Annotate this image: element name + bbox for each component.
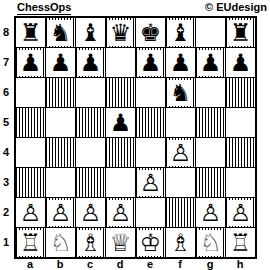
square-h6[interactable] [226,78,255,107]
square-f3[interactable] [166,168,195,197]
square-d1[interactable]: ♕ [106,228,135,257]
rank-label-4: 4 [0,137,12,167]
square-f6[interactable]: ♞ [166,78,195,107]
square-h3[interactable] [226,168,255,197]
rank-label-2: 2 [0,197,12,227]
square-g3[interactable] [196,168,225,197]
file-label-g: g [195,258,225,270]
piece-white-pawn[interactable]: ♙ [19,200,43,226]
piece-white-king[interactable]: ♔ [139,230,163,256]
square-b1[interactable]: ♘ [46,228,75,257]
square-c7[interactable]: ♟ [76,48,105,77]
piece-white-rook[interactable]: ♖ [19,230,43,256]
piece-white-pawn[interactable]: ♙ [49,200,73,226]
file-label-a: a [15,258,45,270]
square-f4[interactable]: ♙ [166,138,195,167]
square-e1[interactable]: ♔ [136,228,165,257]
square-b5[interactable] [46,108,75,137]
square-h7[interactable]: ♟ [226,48,255,77]
piece-black-pawn[interactable]: ♟ [49,50,73,76]
piece-black-rook[interactable]: ♜ [19,20,43,46]
square-a3[interactable] [16,168,45,197]
square-c1[interactable]: ♗ [76,228,105,257]
rank-label-5: 5 [0,107,12,137]
piece-white-knight[interactable]: ♘ [49,230,73,256]
piece-black-pawn[interactable]: ♟ [169,50,193,76]
square-e3[interactable]: ♙ [136,168,165,197]
piece-black-queen[interactable]: ♛ [109,20,133,46]
square-c4[interactable] [76,138,105,167]
square-c2[interactable]: ♙ [76,198,105,227]
square-e6[interactable] [136,78,165,107]
square-b2[interactable]: ♙ [46,198,75,227]
piece-black-bishop[interactable]: ♝ [79,20,103,46]
square-c6[interactable] [76,78,105,107]
square-g6[interactable] [196,78,225,107]
square-h8[interactable]: ♜ [226,18,255,47]
square-a6[interactable] [16,78,45,107]
piece-black-knight[interactable]: ♞ [169,80,193,106]
square-d4[interactable] [106,138,135,167]
square-f5[interactable] [166,108,195,137]
piece-white-pawn[interactable]: ♙ [109,200,133,226]
square-h2[interactable]: ♙ [226,198,255,227]
rank-label-1: 1 [0,227,12,257]
square-a7[interactable]: ♟ [16,48,45,77]
piece-white-pawn[interactable]: ♙ [139,170,163,196]
file-label-b: b [45,258,75,270]
piece-white-knight[interactable]: ♘ [199,230,223,256]
piece-black-pawn[interactable]: ♟ [139,50,163,76]
square-g2[interactable]: ♙ [196,198,225,227]
file-label-d: d [105,258,135,270]
square-f2[interactable] [166,198,195,227]
square-h5[interactable] [226,108,255,137]
chessops-diagram: ChessOps © EUdesign ♜♞♝♛♚♝♜♟♟♟♟♟♟♟♞♟♙♙♙♙… [0,0,270,270]
square-b4[interactable] [46,138,75,167]
square-c3[interactable] [76,168,105,197]
square-b3[interactable] [46,168,75,197]
piece-black-rook[interactable]: ♜ [229,20,253,46]
square-g5[interactable] [196,108,225,137]
square-c5[interactable] [76,108,105,137]
piece-white-bishop[interactable]: ♗ [169,230,193,256]
square-d2[interactable]: ♙ [106,198,135,227]
app-title: ChessOps [17,1,71,15]
square-a4[interactable] [16,138,45,167]
square-b7[interactable]: ♟ [46,48,75,77]
piece-black-pawn[interactable]: ♟ [79,50,103,76]
rank-label-6: 6 [0,77,12,107]
square-e4[interactable] [136,138,165,167]
square-a8[interactable]: ♜ [16,18,45,47]
piece-black-pawn[interactable]: ♟ [19,50,43,76]
file-label-e: e [135,258,165,270]
piece-black-pawn[interactable]: ♟ [199,50,223,76]
square-g1[interactable]: ♘ [196,228,225,257]
square-e8[interactable]: ♚ [136,18,165,47]
square-f8[interactable]: ♝ [166,18,195,47]
square-b8[interactable]: ♞ [46,18,75,47]
square-e7[interactable]: ♟ [136,48,165,77]
square-d5[interactable]: ♟ [106,108,135,137]
square-g7[interactable]: ♟ [196,48,225,77]
piece-white-pawn[interactable]: ♙ [169,140,193,166]
square-d6[interactable] [106,78,135,107]
piece-white-pawn[interactable]: ♙ [79,200,103,226]
square-f7[interactable]: ♟ [166,48,195,77]
piece-white-pawn[interactable]: ♙ [229,200,253,226]
square-b6[interactable] [46,78,75,107]
square-e5[interactable] [136,108,165,137]
square-d7[interactable] [106,48,135,77]
square-f1[interactable]: ♗ [166,228,195,257]
square-a1[interactable]: ♖ [16,228,45,257]
copyright-credit: © EUdesign [205,1,267,13]
square-g4[interactable] [196,138,225,167]
chess-board: ♜♞♝♛♚♝♜♟♟♟♟♟♟♟♞♟♙♙♙♙♙♙♙♙♖♘♗♕♔♗♘♖ [14,16,257,259]
piece-black-pawn[interactable]: ♟ [109,110,133,136]
piece-black-pawn[interactable]: ♟ [229,50,253,76]
square-d3[interactable] [106,168,135,197]
piece-white-queen[interactable]: ♕ [109,230,133,256]
piece-white-rook[interactable]: ♖ [229,230,253,256]
rank-label-3: 3 [0,167,12,197]
square-g8[interactable] [196,18,225,47]
file-label-c: c [75,258,105,270]
piece-white-bishop[interactable]: ♗ [79,230,103,256]
square-c8[interactable]: ♝ [76,18,105,47]
rank-label-8: 8 [0,17,12,47]
piece-black-knight[interactable]: ♞ [49,20,73,46]
rank-label-7: 7 [0,47,12,77]
square-h1[interactable]: ♖ [226,228,255,257]
file-label-f: f [165,258,195,270]
square-d8[interactable]: ♛ [106,18,135,47]
square-a2[interactable]: ♙ [16,198,45,227]
piece-black-king[interactable]: ♚ [139,20,163,46]
square-h4[interactable] [226,138,255,167]
square-e2[interactable] [136,198,165,227]
square-a5[interactable] [16,108,45,137]
file-label-h: h [225,258,255,270]
piece-white-pawn[interactable]: ♙ [199,200,223,226]
piece-black-bishop[interactable]: ♝ [169,20,193,46]
